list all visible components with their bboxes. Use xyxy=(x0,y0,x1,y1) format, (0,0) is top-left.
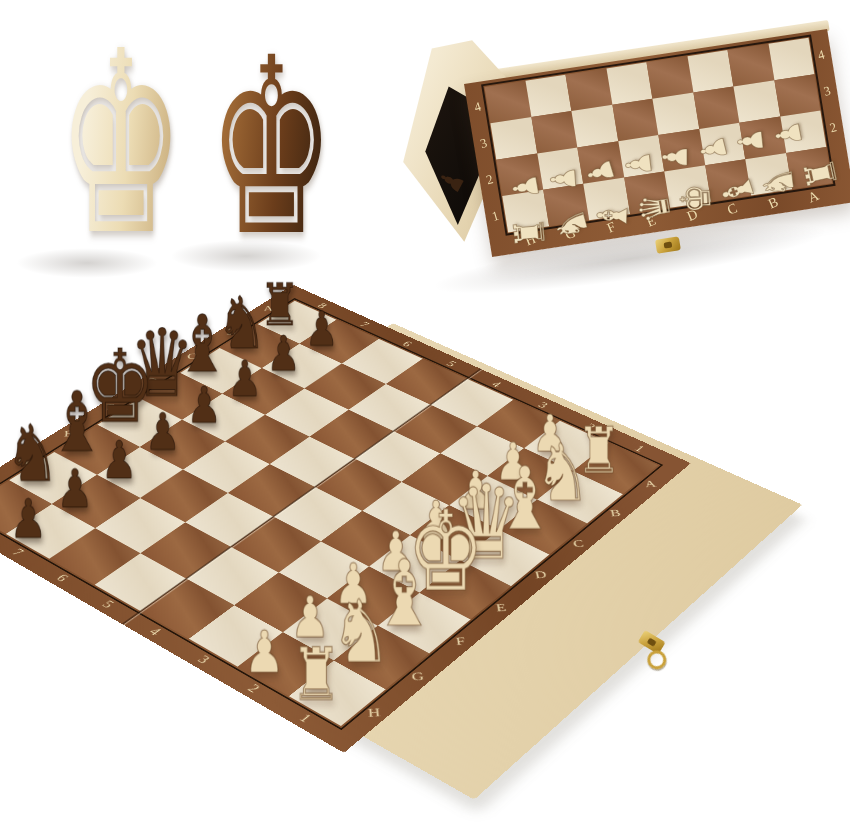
rank-label-afile-6: 6 xyxy=(400,339,415,348)
file-label-rank1-C: C xyxy=(572,538,585,550)
folded-square-b4 xyxy=(728,44,774,87)
folded-rank-label-left-1: 1 xyxy=(490,207,501,224)
folded-rank-label-right-3: 3 xyxy=(822,82,833,99)
file-label-rank1-F: F xyxy=(455,635,466,648)
featured-king-dark: ♚ xyxy=(208,26,335,270)
file-label-rank1-A: A xyxy=(644,479,658,490)
piece-black-pawn-a7: ♟ xyxy=(305,307,338,352)
file-label-rank1-G: G xyxy=(411,670,425,684)
file-label-rank1-H: H xyxy=(367,706,381,720)
folded-rank-label-left-4: 4 xyxy=(472,98,483,115)
piece-black-rook-h8: ♜ xyxy=(0,458,8,520)
file-label-rank1-D: D xyxy=(534,569,548,581)
file-label-rank8-D: D xyxy=(147,377,157,387)
folded-square-e4 xyxy=(606,62,652,105)
folded-square-h4 xyxy=(484,81,530,124)
piece-black-pawn-f7: ♟ xyxy=(101,436,137,485)
folded-rank-label-left-3: 3 xyxy=(478,134,489,151)
square-f6 xyxy=(140,469,228,522)
main-board: ♜♟♟♜♞♟♟♞♝♟♟♝♛♟♟♛♚♟♟♚♝♟♟♝♞♟♟♞♜♟♟♜ 88AA77B… xyxy=(0,285,691,753)
file-label-rank1-E: E xyxy=(495,602,507,614)
file-label-rank8-C: C xyxy=(187,352,197,361)
folded-square-h3 xyxy=(490,117,536,160)
piece-white-pawn-h2: ♟ xyxy=(244,625,285,680)
rank-label-afile-5: 5 xyxy=(444,359,459,368)
stored-piece-pawn-2: ♟ xyxy=(545,166,581,193)
main-board-wrap: ♜♟♟♜♞♟♟♞♝♟♟♝♛♟♟♛♚♟♟♚♝♟♟♝♞♟♟♞♜♟♟♜ 88AA77B… xyxy=(45,217,805,817)
folded-square-a3 xyxy=(774,74,820,117)
stored-piece-pawn-7: ♟ xyxy=(732,127,768,155)
folded-square-f4 xyxy=(565,69,611,112)
folded-square-d4 xyxy=(646,56,692,99)
rank-label-afile-4: 4 xyxy=(489,379,504,389)
folded-rank-label-right-4: 4 xyxy=(816,46,827,63)
file-label-rank8-A: A xyxy=(263,304,273,313)
folded-square-g3 xyxy=(531,111,577,154)
folded-square-a4 xyxy=(768,38,814,81)
piece-black-pawn-b7: ♟ xyxy=(267,331,301,377)
rank-label-afile-1: 1 xyxy=(632,443,648,453)
file-label-rank8-F: F xyxy=(64,429,73,439)
piece-black-pawn-d7: ♟ xyxy=(187,382,222,430)
piece-black-pawn-g7: ♟ xyxy=(57,465,94,515)
folded-square-c4 xyxy=(687,50,733,93)
folded-square-g4 xyxy=(525,75,571,118)
stored-piece-pawn-4: ♟ xyxy=(619,150,656,178)
product-photo: { "game": "chess", "scene": "folding woo… xyxy=(0,0,850,840)
folded-rank-label-right-2: 2 xyxy=(828,119,839,136)
file-label-rank8-B: B xyxy=(226,328,236,337)
featured-king-light: ♚ xyxy=(58,18,185,270)
folded-rank-label-left-2: 2 xyxy=(484,171,495,188)
folded-square-c3 xyxy=(693,86,739,129)
folded-square-d3 xyxy=(652,93,698,136)
folded-square-e3 xyxy=(612,99,658,142)
folded-square-f3 xyxy=(571,105,617,148)
folded-square-b3 xyxy=(733,80,779,123)
piece-white-rook-h1: ♜ xyxy=(291,641,342,710)
stored-piece-bishop-3: ♝ xyxy=(592,200,634,231)
board-squares: ♜♟♟♜♞♟♟♞♝♟♟♝♛♟♟♛♚♟♟♚♝♟♟♝♞♟♟♞♜♟♟♜ xyxy=(0,301,658,726)
piece-black-pawn-e7: ♟ xyxy=(145,408,181,457)
rank-label-hfile-3: 3 xyxy=(194,653,213,666)
piece-black-pawn-c7: ♟ xyxy=(228,356,263,403)
piece-black-pawn-h7: ♟ xyxy=(10,494,48,545)
piece-black-knight-g8: ♞ xyxy=(5,417,60,491)
file-label-rank8-E: E xyxy=(106,402,115,412)
file-label-rank1-B: B xyxy=(609,508,622,519)
stored-piece-pawn-5: ♟ xyxy=(658,144,692,168)
rank-label-afile-7: 7 xyxy=(357,320,372,329)
